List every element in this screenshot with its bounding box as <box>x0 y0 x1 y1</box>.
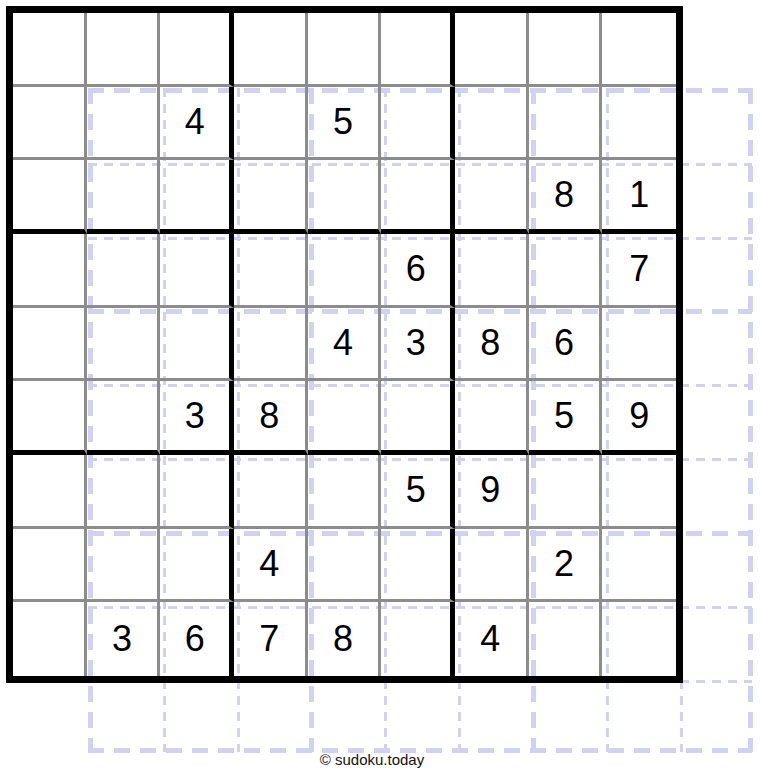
cell-r8c7[interactable] <box>455 529 529 603</box>
cell-r8c6[interactable] <box>381 529 455 603</box>
cell-r2c2[interactable] <box>87 87 161 161</box>
cell-r5c8[interactable]: 6 <box>529 308 603 382</box>
cell-r4c6[interactable]: 6 <box>381 234 455 308</box>
cell-r5c2[interactable] <box>87 308 161 382</box>
cell-r6c8[interactable]: 5 <box>529 381 603 455</box>
cell-r2c8[interactable] <box>529 87 603 161</box>
cell-r9c4[interactable]: 7 <box>234 602 308 676</box>
cell-r9c9[interactable] <box>602 602 676 676</box>
cell-r4c4[interactable] <box>234 234 308 308</box>
cell-r4c5[interactable] <box>308 234 382 308</box>
cell-r9c6[interactable] <box>381 602 455 676</box>
cell-r9c2[interactable]: 3 <box>87 602 161 676</box>
cell-r3c7[interactable] <box>455 160 529 234</box>
cell-r7c6[interactable]: 5 <box>381 455 455 529</box>
cell-r3c5[interactable] <box>308 160 382 234</box>
cell-r1c5[interactable] <box>308 13 382 87</box>
copyright-text: © sudoku.today <box>0 751 744 768</box>
cell-r2c1[interactable] <box>13 87 87 161</box>
cell-r9c7[interactable]: 4 <box>455 602 529 676</box>
cell-r1c2[interactable] <box>87 13 161 87</box>
cell-r4c8[interactable] <box>529 234 603 308</box>
cell-r2c7[interactable] <box>455 87 529 161</box>
cell-r9c8[interactable] <box>529 602 603 676</box>
cell-r2c9[interactable] <box>602 87 676 161</box>
cell-r1c4[interactable] <box>234 13 308 87</box>
cell-r1c7[interactable] <box>455 13 529 87</box>
cell-r1c8[interactable] <box>529 13 603 87</box>
cell-r7c2[interactable] <box>87 455 161 529</box>
cell-r9c5[interactable]: 8 <box>308 602 382 676</box>
cell-r3c9[interactable]: 1 <box>602 160 676 234</box>
cell-r3c3[interactable] <box>160 160 234 234</box>
cell-r8c9[interactable] <box>602 529 676 603</box>
cell-r9c3[interactable]: 6 <box>160 602 234 676</box>
cell-r8c1[interactable] <box>13 529 87 603</box>
cell-r3c4[interactable] <box>234 160 308 234</box>
cell-r7c7[interactable]: 9 <box>455 455 529 529</box>
offset-grid-line <box>748 88 753 752</box>
cell-r1c1[interactable] <box>13 13 87 87</box>
cell-r8c4[interactable]: 4 <box>234 529 308 603</box>
cell-r6c1[interactable] <box>13 381 87 455</box>
cell-r4c2[interactable] <box>87 234 161 308</box>
cell-r5c7[interactable]: 8 <box>455 308 529 382</box>
cell-r4c3[interactable] <box>160 234 234 308</box>
cell-r7c3[interactable] <box>160 455 234 529</box>
cell-r2c4[interactable] <box>234 87 308 161</box>
cell-r4c7[interactable] <box>455 234 529 308</box>
cell-r5c9[interactable] <box>602 308 676 382</box>
cell-r6c2[interactable] <box>87 381 161 455</box>
cell-r8c2[interactable] <box>87 529 161 603</box>
cell-r5c3[interactable] <box>160 308 234 382</box>
cell-r7c4[interactable] <box>234 455 308 529</box>
cell-r4c1[interactable] <box>13 234 87 308</box>
cell-r1c6[interactable] <box>381 13 455 87</box>
cell-r6c3[interactable]: 3 <box>160 381 234 455</box>
cell-r6c6[interactable] <box>381 381 455 455</box>
cell-r5c1[interactable] <box>13 308 87 382</box>
cell-r7c9[interactable] <box>602 455 676 529</box>
cell-r2c5[interactable]: 5 <box>308 87 382 161</box>
cell-r3c6[interactable] <box>381 160 455 234</box>
cell-r6c7[interactable] <box>455 381 529 455</box>
cell-r8c3[interactable] <box>160 529 234 603</box>
cell-r1c9[interactable] <box>602 13 676 87</box>
cell-r3c1[interactable] <box>13 160 87 234</box>
cell-r5c4[interactable] <box>234 308 308 382</box>
cell-r5c5[interactable]: 4 <box>308 308 382 382</box>
cell-r7c1[interactable] <box>13 455 87 529</box>
cell-r6c9[interactable]: 9 <box>602 381 676 455</box>
cell-r3c8[interactable]: 8 <box>529 160 603 234</box>
cell-r6c4[interactable]: 8 <box>234 381 308 455</box>
sudoku-board: 45816743863859594236784 <box>6 6 683 683</box>
cell-r1c3[interactable] <box>160 13 234 87</box>
cell-r9c1[interactable] <box>13 602 87 676</box>
cell-r2c6[interactable] <box>381 87 455 161</box>
cell-r8c8[interactable]: 2 <box>529 529 603 603</box>
cell-r6c5[interactable] <box>308 381 382 455</box>
cell-r2c3[interactable]: 4 <box>160 87 234 161</box>
cell-r4c9[interactable]: 7 <box>602 234 676 308</box>
cell-r3c2[interactable] <box>87 160 161 234</box>
cell-r7c5[interactable] <box>308 455 382 529</box>
cell-r7c8[interactable] <box>529 455 603 529</box>
cell-r5c6[interactable]: 3 <box>381 308 455 382</box>
cell-r8c5[interactable] <box>308 529 382 603</box>
